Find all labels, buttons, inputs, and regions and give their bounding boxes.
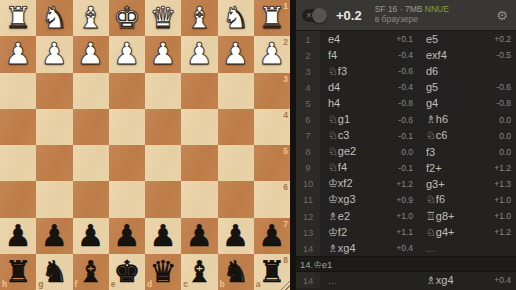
move-eval: -0.1 [398, 163, 413, 173]
square-e2[interactable]: ♟ [109, 36, 145, 72]
black-pawn[interactable]: ♟ [109, 218, 145, 254]
move-san: h4 [328, 97, 340, 109]
square-f7[interactable]: ♟ [73, 218, 109, 254]
square-b1[interactable]: ♞ [218, 0, 254, 36]
black-pawn[interactable]: ♟ [254, 218, 290, 254]
square-g4[interactable] [36, 109, 72, 145]
square-e5[interactable] [109, 145, 145, 181]
white-pawn[interactable]: ♟ [254, 36, 290, 72]
move-number: 2 [296, 47, 320, 63]
square-h8[interactable]: ♜h [0, 254, 36, 290]
black-knight[interactable]: ♞ [36, 254, 72, 290]
move-eval: +1.2 [396, 179, 413, 189]
black-queen[interactable]: ♛ [145, 254, 181, 290]
square-a4[interactable]: 4 [254, 109, 290, 145]
engine-toggle[interactable]: × [302, 9, 327, 22]
black-pawn[interactable]: ♟ [36, 218, 72, 254]
square-g2[interactable]: ♟ [36, 36, 72, 72]
move-eval: -0.1 [398, 131, 413, 141]
move-row-11: 11♔xg3+0.9♘f6+1.0 [296, 192, 516, 208]
square-h3[interactable] [0, 73, 36, 109]
move-2-black[interactable]: exf4-0.5 [418, 47, 516, 63]
move-12-black[interactable]: ♖g8++1.0 [418, 208, 516, 224]
square-h6[interactable] [0, 181, 36, 217]
move-row-5: 5h4-0.8g4-0.8 [296, 95, 516, 111]
move-san: g5 [426, 81, 438, 93]
white-bishop[interactable]: ♝ [181, 0, 217, 36]
inline-variation[interactable]: 14.♔e1 [296, 256, 516, 272]
square-h2[interactable]: ♟ [0, 36, 36, 72]
move-5-black[interactable]: g4-0.8 [418, 95, 516, 111]
engine-eval: +0.2 [336, 8, 362, 23]
move-12-white[interactable]: ♗e2+1.0 [320, 208, 418, 224]
square-c2[interactable]: ♟ [181, 36, 217, 72]
square-a6[interactable]: 6 [254, 181, 290, 217]
square-h7[interactable]: ♟ [0, 218, 36, 254]
square-e6[interactable] [109, 181, 145, 217]
move-san: ♔xf2 [328, 177, 353, 190]
move-san: g4 [426, 97, 438, 109]
white-pawn[interactable]: ♟ [73, 36, 109, 72]
black-pawn[interactable]: ♟ [145, 218, 181, 254]
square-c4[interactable] [181, 109, 217, 145]
move-row-12: 12♗e2+1.0♖g8++1.0 [296, 208, 516, 224]
engine-subtitle: в браузере [375, 15, 493, 25]
move-san: ♘g4+ [426, 226, 455, 239]
black-bishop[interactable]: ♝ [73, 254, 109, 290]
square-g1[interactable]: ♞ [36, 0, 72, 36]
move-san: g3+ [426, 178, 445, 190]
square-c8[interactable]: ♝c [181, 254, 217, 290]
chess-board: ♜♞♝♚♛♝♞♜1♟♟♟♟♟♟♟♟23456♟♟♟♟♟♟♟♟7♜h♞g♝f♚e♛… [0, 0, 290, 290]
move-11-white[interactable]: ♔xg3+0.9 [320, 192, 418, 208]
square-e1[interactable]: ♚ [109, 0, 145, 36]
move-6-white[interactable]: ♘g1-0.6 [320, 111, 418, 127]
move-number: 9 [296, 160, 320, 176]
square-e4[interactable] [109, 109, 145, 145]
move-14-black[interactable]: ♗xg4+0.4 [418, 272, 516, 288]
move-eval: 0.0 [499, 147, 511, 157]
coord-rank-4: 4 [283, 111, 288, 120]
move-eval: +0.4 [396, 243, 413, 253]
move-number: 14 [296, 240, 320, 256]
move-san: ♗xg4 [328, 242, 356, 255]
square-a1[interactable]: ♜1 [254, 0, 290, 36]
coord-rank-6: 6 [283, 183, 288, 192]
move-4-black[interactable]: g5-0.6 [418, 79, 516, 95]
white-king[interactable]: ♚ [109, 0, 145, 36]
move-eval: +0.2 [494, 34, 511, 44]
move-eval: 0.0 [499, 131, 511, 141]
toggle-knob[interactable] [312, 8, 327, 23]
move-4-white[interactable]: d4-0.4 [320, 79, 418, 95]
square-d7[interactable]: ♟ [145, 218, 181, 254]
move-row-14: 14♗xg4+0.4... [296, 240, 516, 256]
square-g5[interactable] [36, 145, 72, 181]
move-number: 5 [296, 95, 320, 111]
square-g6[interactable] [36, 181, 72, 217]
move-11-black[interactable]: ♘f6+1.0 [418, 192, 516, 208]
square-f3[interactable] [73, 73, 109, 109]
square-c3[interactable] [181, 73, 217, 109]
move-eval: -0.8 [496, 98, 511, 108]
move-number: 6 [296, 111, 320, 127]
move-san: ♘ge2 [328, 145, 356, 158]
move-san: ♘c6 [426, 129, 447, 142]
move-row-6: 6♘g1-0.6♗h60.0 [296, 111, 516, 127]
square-b2[interactable]: ♟ [218, 36, 254, 72]
square-f2[interactable]: ♟ [73, 36, 109, 72]
move-san: ♘f6 [426, 193, 445, 206]
black-pawn[interactable]: ♟ [0, 218, 36, 254]
move-6-black[interactable]: ♗h60.0 [418, 111, 516, 127]
move-10-black[interactable]: g3++1.3 [418, 176, 516, 192]
gear-icon[interactable]: ⚙ [496, 8, 508, 23]
move-san: e5 [426, 33, 438, 45]
square-d3[interactable] [145, 73, 181, 109]
square-h5[interactable] [0, 145, 36, 181]
white-pawn[interactable]: ♟ [109, 36, 145, 72]
square-d5[interactable] [145, 145, 181, 181]
move-san: f3 [426, 146, 435, 158]
move-14-white[interactable]: ♗xg4+0.4 [320, 240, 418, 256]
move-eval: -0.4 [398, 50, 413, 60]
move-eval: +0.1 [396, 34, 413, 44]
move-eval: +0.4 [494, 275, 511, 285]
square-b4[interactable] [218, 109, 254, 145]
move-2-white[interactable]: f4-0.4 [320, 47, 418, 63]
black-pawn[interactable]: ♟ [73, 218, 109, 254]
square-g3[interactable] [36, 73, 72, 109]
black-pawn[interactable]: ♟ [218, 218, 254, 254]
square-e7[interactable]: ♟ [109, 218, 145, 254]
move-eval: +1.3 [494, 179, 511, 189]
square-d1[interactable]: ♛ [145, 0, 181, 36]
move-row-1: 1e4+0.1e5+0.2 [296, 31, 516, 47]
square-f6[interactable] [73, 181, 109, 217]
move-eval: +0.9 [396, 195, 413, 205]
move-eval: -0.5 [496, 50, 511, 60]
move-row-8: 8♘ge20.0f30.0 [296, 144, 516, 160]
square-e8[interactable]: ♚e [109, 254, 145, 290]
coord-rank-3: 3 [283, 75, 288, 84]
toggle-off-icon: × [306, 9, 312, 22]
move-number: 10 [296, 176, 320, 192]
move-san: ♘g1 [328, 113, 350, 126]
white-pawn[interactable]: ♟ [36, 36, 72, 72]
move-san: ♗e2 [328, 210, 350, 223]
move-san: f2+ [426, 162, 442, 174]
engine-name: SF 16 · 7MB [375, 5, 423, 14]
square-d6[interactable] [145, 181, 181, 217]
black-pawn[interactable]: ♟ [181, 218, 217, 254]
square-b7[interactable]: ♟ [218, 218, 254, 254]
move-14-black[interactable]: ... [418, 240, 516, 256]
move-7-white[interactable]: ♘c3-0.1 [320, 128, 418, 144]
analysis-panel: × +0.2 SF 16 · 7MB NNUE в браузере ⚙ 1e4… [296, 0, 516, 290]
move-eval: -0.6 [398, 115, 413, 125]
move-eval: -0.4 [398, 82, 413, 92]
move-row-7: 7♘c3-0.1♘c60.0 [296, 128, 516, 144]
move-8-white[interactable]: ♘ge20.0 [320, 144, 418, 160]
move-number: 8 [296, 144, 320, 160]
square-g8[interactable]: ♞g [36, 254, 72, 290]
square-b5[interactable] [218, 145, 254, 181]
black-knight[interactable]: ♞ [218, 254, 254, 290]
square-b6[interactable] [218, 181, 254, 217]
move-row-13: 13♔f2+1.1♘g4++1.2 [296, 224, 516, 240]
white-bishop[interactable]: ♝ [73, 0, 109, 36]
move-san: f4 [328, 49, 337, 61]
black-bishop[interactable]: ♝ [181, 254, 217, 290]
move-7-black[interactable]: ♘c60.0 [418, 128, 516, 144]
move-row-14: 14...♗xg4+0.4 [296, 272, 516, 288]
move-san: ... [328, 274, 337, 286]
move-9-black[interactable]: f2++1.2 [418, 160, 516, 176]
move-san: ... [426, 242, 435, 254]
move-eval: -0.6 [496, 82, 511, 92]
white-rook[interactable]: ♜ [254, 0, 290, 36]
move-eval: +1.0 [396, 211, 413, 221]
move-number: 1 [296, 31, 320, 47]
move-number: 12 [296, 208, 320, 224]
move-row-10: 10♔xf2+1.2g3++1.3 [296, 176, 516, 192]
move-san: ♘f3 [328, 65, 347, 78]
move-san: ♗xg4 [426, 274, 454, 287]
move-eval: 0.0 [499, 115, 511, 125]
move-13-black[interactable]: ♘g4++1.2 [418, 224, 516, 240]
board-resize-handle[interactable] [279, 279, 290, 290]
move-san: ♔f2 [328, 226, 347, 239]
chess-analysis-app: ♜♞♝♚♛♝♞♜1♟♟♟♟♟♟♟♟23456♟♟♟♟♟♟♟♟7♜h♞g♝f♚e♛… [0, 0, 516, 290]
move-number: 13 [296, 224, 320, 240]
move-san: d6 [426, 65, 438, 77]
move-number: 3 [296, 63, 320, 79]
white-pawn[interactable]: ♟ [145, 36, 181, 72]
square-e3[interactable] [109, 73, 145, 109]
square-d8[interactable]: ♛d [145, 254, 181, 290]
square-f8[interactable]: ♝f [73, 254, 109, 290]
move-number: 7 [296, 128, 320, 144]
move-eval: +1.2 [494, 227, 511, 237]
square-d4[interactable] [145, 109, 181, 145]
move-1-black[interactable]: e5+0.2 [418, 31, 516, 47]
move-san: e4 [328, 33, 340, 45]
move-san: ♘f4 [328, 161, 347, 174]
white-knight[interactable]: ♞ [218, 0, 254, 36]
nnue-badge: NNUE [425, 5, 449, 14]
square-f4[interactable] [73, 109, 109, 145]
square-b3[interactable] [218, 73, 254, 109]
move-row-3: 3♘f3-0.6d6 [296, 63, 516, 79]
move-8-black[interactable]: f30.0 [418, 144, 516, 160]
square-f5[interactable] [73, 145, 109, 181]
move-3-white[interactable]: ♘f3-0.6 [320, 63, 418, 79]
square-c6[interactable] [181, 181, 217, 217]
move-eval: +1.0 [494, 211, 511, 221]
coord-rank-5: 5 [283, 147, 288, 156]
white-pawn[interactable]: ♟ [181, 36, 217, 72]
white-knight[interactable]: ♞ [36, 0, 72, 36]
move-san: ♗h6 [426, 113, 448, 126]
move-row-4: 4d4-0.4g5-0.6 [296, 79, 516, 95]
move-san: exf4 [426, 49, 447, 61]
square-d2[interactable]: ♟ [145, 36, 181, 72]
square-g7[interactable]: ♟ [36, 218, 72, 254]
square-a5[interactable]: 5 [254, 145, 290, 181]
move-13-white[interactable]: ♔f2+1.1 [320, 224, 418, 240]
move-14-white[interactable]: ... [320, 272, 418, 288]
square-c1[interactable]: ♝ [181, 0, 217, 36]
square-h1[interactable]: ♜ [0, 0, 36, 36]
move-san: d4 [328, 81, 340, 93]
move-eval: +1.0 [494, 195, 511, 205]
black-king[interactable]: ♚ [109, 254, 145, 290]
square-a2[interactable]: ♟2 [254, 36, 290, 72]
move-eval: +1.2 [494, 163, 511, 173]
square-a7[interactable]: ♟7 [254, 218, 290, 254]
move-row-9: 9♘f4-0.1f2++1.2 [296, 160, 516, 176]
move-number: 14 [296, 272, 320, 288]
move-san: ♘c3 [328, 129, 349, 142]
move-number: 11 [296, 192, 320, 208]
move-eval: -0.8 [398, 98, 413, 108]
engine-info: SF 16 · 7MB NNUE в браузере [375, 5, 493, 25]
white-pawn[interactable]: ♟ [0, 36, 36, 72]
white-queen[interactable]: ♛ [145, 0, 181, 36]
white-rook[interactable]: ♜ [0, 0, 36, 36]
move-5-white[interactable]: h4-0.8 [320, 95, 418, 111]
square-f1[interactable]: ♝ [73, 0, 109, 36]
square-c5[interactable] [181, 145, 217, 181]
move-row-2: 2f4-0.4exf4-0.5 [296, 47, 516, 63]
move-san: ♔xg3 [328, 193, 356, 206]
move-10-white[interactable]: ♔xf2+1.2 [320, 176, 418, 192]
move-number: 4 [296, 79, 320, 95]
move-eval: +1.1 [396, 227, 413, 237]
square-h4[interactable] [0, 109, 36, 145]
square-a8[interactable]: ♜8a [254, 254, 290, 290]
move-eval: 0.0 [401, 147, 413, 157]
white-pawn[interactable]: ♟ [218, 36, 254, 72]
move-eval: -0.6 [398, 66, 413, 76]
square-a3[interactable]: 3 [254, 73, 290, 109]
inline-variation-text: 14.♔e1 [300, 259, 332, 270]
engine-header: × +0.2 SF 16 · 7MB NNUE в браузере ⚙ [296, 0, 516, 31]
move-san: ♖g8+ [426, 210, 455, 223]
square-b8[interactable]: ♞b [218, 254, 254, 290]
move-1-white[interactable]: e4+0.1 [320, 31, 418, 47]
move-list: 1e4+0.1e5+0.22f4-0.4exf4-0.53♘f3-0.6d64d… [296, 31, 516, 290]
black-rook[interactable]: ♜ [0, 254, 36, 290]
square-c7[interactable]: ♟ [181, 218, 217, 254]
move-9-white[interactable]: ♘f4-0.1 [320, 160, 418, 176]
move-3-black[interactable]: d6 [418, 63, 516, 79]
